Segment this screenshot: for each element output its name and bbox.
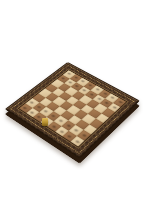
black-pawn-h7: ♟ — [111, 99, 119, 108]
clasp-icon — [42, 118, 48, 126]
board-3d-scene: ♜♞♝♛♚♝♞♜♟♟♟♟♟♟♟♟♟♟♟♟♟♟♟♟♜♞♝♛♚♝♞♜ — [0, 0, 150, 200]
product-photo: ♜♞♝♛♚♝♞♜♟♟♟♟♟♟♟♟♟♟♟♟♟♟♟♟♜♞♝♛♚♝♞♜ — [0, 0, 150, 200]
chess-board: ♜♞♝♛♚♝♞♜♟♟♟♟♟♟♟♟♟♟♟♟♟♟♟♟♜♞♝♛♚♝♞♜ — [5, 62, 140, 159]
white-rook-h1: ♜ — [72, 132, 82, 143]
